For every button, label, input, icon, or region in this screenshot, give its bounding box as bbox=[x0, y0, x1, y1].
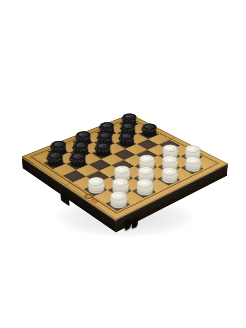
piece-white-a1 bbox=[106, 198, 129, 211]
latch-nub-icon bbox=[132, 216, 139, 229]
product-photo-scene bbox=[0, 0, 246, 328]
piece-black-h6 bbox=[139, 130, 159, 139]
latch-nub-icon bbox=[124, 218, 131, 231]
